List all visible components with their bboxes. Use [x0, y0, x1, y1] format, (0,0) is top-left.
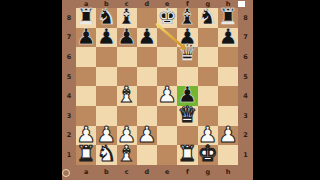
- piece-white-bishop[interactable]: ♝: [117, 85, 137, 105]
- corner-marker: [238, 1, 245, 7]
- square-g8[interactable]: ♞: [198, 8, 218, 28]
- piece-white-pawn[interactable]: ♟: [137, 125, 157, 145]
- file-label-top-d: d: [137, 0, 157, 8]
- square-f1[interactable]: ♜: [177, 145, 197, 165]
- chess-board: abcdefgh abcdefgh 87654321 87654321 ♜♞♝♚…: [62, 0, 253, 180]
- square-h4[interactable]: [218, 86, 238, 106]
- rank-label-right-7: 7: [238, 28, 253, 48]
- file-label-bottom-d: d: [137, 165, 157, 180]
- square-a4[interactable]: [76, 86, 96, 106]
- square-g5[interactable]: [198, 67, 218, 87]
- rank-label-right-3: 3: [238, 106, 253, 126]
- square-b5[interactable]: [96, 67, 116, 87]
- piece-black-pawn[interactable]: ♟: [76, 27, 96, 47]
- square-e8[interactable]: ♚: [157, 8, 177, 28]
- letterbox-left: [0, 0, 62, 180]
- square-d5[interactable]: [137, 67, 157, 87]
- square-e4[interactable]: ♟: [157, 86, 177, 106]
- piece-black-pawn[interactable]: ♟: [97, 27, 117, 47]
- square-d6[interactable]: [137, 47, 157, 67]
- square-d7[interactable]: ♟: [137, 28, 157, 48]
- square-c1[interactable]: ♝: [117, 145, 137, 165]
- file-label-bottom-e: e: [157, 165, 177, 180]
- square-b6[interactable]: [96, 47, 116, 67]
- square-c6[interactable]: [117, 47, 137, 67]
- watermark-logo: [62, 169, 70, 177]
- piece-black-pawn[interactable]: ♟: [117, 27, 137, 47]
- piece-white-rook[interactable]: ♜: [76, 144, 96, 164]
- piece-white-king[interactable]: ♚: [198, 144, 218, 164]
- rank-label-right-8: 8: [238, 8, 253, 28]
- file-label-bottom-g: g: [198, 165, 218, 180]
- rank-label-left-6: 6: [62, 47, 76, 67]
- square-d2[interactable]: ♟: [137, 126, 157, 146]
- rank-label-left-5: 5: [62, 67, 76, 87]
- square-c4[interactable]: ♝: [117, 86, 137, 106]
- file-label-bottom-h: h: [218, 165, 238, 180]
- square-e6[interactable]: [157, 47, 177, 67]
- file-label-bottom-c: c: [117, 165, 137, 180]
- file-label-bottom-b: b: [96, 165, 116, 180]
- rank-label-left-4: 4: [62, 86, 76, 106]
- square-g6[interactable]: [198, 47, 218, 67]
- board-squares: ♜♞♝♚♝♞♜♟♟♟♟♟♟♛♝♟♟♛♟♟♟♟♟♟♜♞♝♜♚: [76, 8, 238, 165]
- square-h5[interactable]: [218, 67, 238, 87]
- square-d4[interactable]: [137, 86, 157, 106]
- rank-label-right-1: 1: [238, 145, 253, 165]
- rank-label-left-8: 8: [62, 8, 76, 28]
- letterbox-right: [253, 0, 320, 180]
- square-g4[interactable]: [198, 86, 218, 106]
- square-e3[interactable]: [157, 106, 177, 126]
- file-label-bottom-a: a: [76, 165, 96, 180]
- piece-black-queen[interactable]: ♛: [178, 43, 198, 63]
- square-g7[interactable]: [198, 28, 218, 48]
- square-g1[interactable]: ♚: [198, 145, 218, 165]
- file-labels-bottom: abcdefgh: [76, 165, 238, 180]
- piece-white-rook[interactable]: ♜: [178, 144, 198, 164]
- square-a6[interactable]: [76, 47, 96, 67]
- square-h7[interactable]: ♟: [218, 28, 238, 48]
- piece-white-queen[interactable]: ♛: [178, 105, 198, 125]
- rank-label-left-3: 3: [62, 106, 76, 126]
- rank-labels-right: 87654321: [238, 8, 253, 165]
- square-e7[interactable]: [157, 28, 177, 48]
- square-e2[interactable]: [157, 126, 177, 146]
- square-a7[interactable]: ♟: [76, 28, 96, 48]
- piece-white-pawn[interactable]: ♟: [218, 125, 238, 145]
- piece-white-pawn[interactable]: ♟: [157, 85, 177, 105]
- square-a1[interactable]: ♜: [76, 145, 96, 165]
- file-label-bottom-f: f: [177, 165, 197, 180]
- rank-label-right-4: 4: [238, 86, 253, 106]
- piece-black-knight[interactable]: ♞: [198, 7, 218, 27]
- square-f3[interactable]: ♛: [177, 106, 197, 126]
- piece-black-pawn[interactable]: ♟: [218, 27, 238, 47]
- square-h2[interactable]: ♟: [218, 126, 238, 146]
- piece-black-pawn[interactable]: ♟: [137, 27, 157, 47]
- rank-label-left-2: 2: [62, 126, 76, 146]
- square-b7[interactable]: ♟: [96, 28, 116, 48]
- square-b4[interactable]: [96, 86, 116, 106]
- piece-black-king[interactable]: ♚: [157, 7, 177, 27]
- rank-label-right-2: 2: [238, 126, 253, 146]
- rank-label-right-5: 5: [238, 67, 253, 87]
- square-f6[interactable]: ♛: [177, 47, 197, 67]
- square-e1[interactable]: [157, 145, 177, 165]
- square-h6[interactable]: [218, 47, 238, 67]
- piece-white-bishop[interactable]: ♝: [117, 144, 137, 164]
- rank-labels-left: 87654321: [62, 8, 76, 165]
- square-h1[interactable]: [218, 145, 238, 165]
- square-b1[interactable]: ♞: [96, 145, 116, 165]
- rank-label-left-1: 1: [62, 145, 76, 165]
- piece-white-knight[interactable]: ♞: [97, 144, 117, 164]
- square-c7[interactable]: ♟: [117, 28, 137, 48]
- square-a5[interactable]: [76, 67, 96, 87]
- rank-label-left-7: 7: [62, 28, 76, 48]
- rank-label-right-6: 6: [238, 47, 253, 67]
- square-d1[interactable]: [137, 145, 157, 165]
